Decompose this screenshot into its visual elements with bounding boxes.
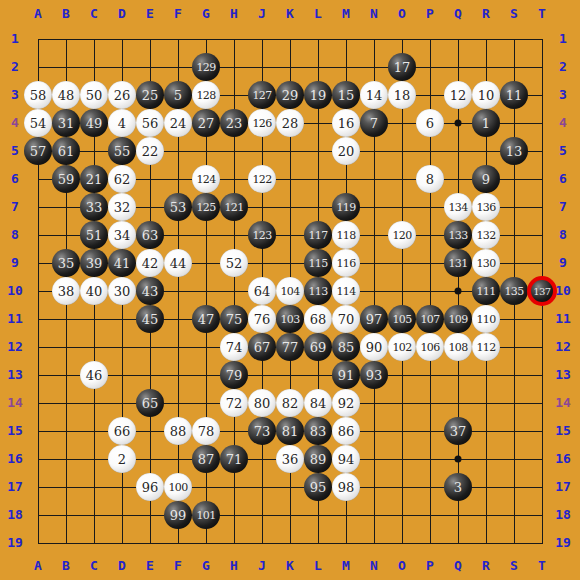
stone-move-number: 80: [254, 396, 271, 411]
stone-move-number: 38: [58, 284, 75, 299]
col-label-bottom-B: B: [62, 559, 70, 573]
stone-move-number: 70: [338, 312, 355, 327]
stone-move-number: 93: [366, 368, 383, 383]
col-label-top-C: C: [90, 7, 98, 21]
col-label-top-R: R: [482, 7, 490, 21]
stone-move-number: 85: [338, 340, 355, 355]
stone-move-number: 34: [114, 228, 131, 243]
stone-white-18-O3: 18: [388, 81, 416, 109]
col-label-top-D: D: [118, 7, 126, 21]
stone-move-number: 88: [170, 424, 187, 439]
stone-move-number: 5: [174, 88, 182, 103]
col-label-bottom-R: R: [482, 559, 490, 573]
row-label-right-10: 10: [555, 284, 571, 298]
stone-white-72-H14: 72: [220, 389, 248, 417]
col-label-bottom-J: J: [258, 559, 266, 573]
stone-black-41-D9: 41: [108, 249, 136, 277]
stone-black-5-F3: 5: [164, 81, 192, 109]
row-label-right-16: 16: [555, 452, 571, 466]
stone-white-48-B3: 48: [52, 81, 80, 109]
stone-white-64-J10: 64: [248, 277, 276, 305]
stone-move-number: 113: [308, 285, 327, 298]
stone-move-number: 125: [196, 201, 215, 214]
stone-black-39-C9: 39: [80, 249, 108, 277]
stone-move-number: 130: [476, 257, 495, 270]
stone-move-number: 43: [142, 284, 159, 299]
stone-move-number: 105: [392, 313, 411, 326]
stone-black-101-G18: 101: [192, 501, 220, 529]
stone-move-number: 45: [142, 312, 159, 327]
stone-black-59-B6: 59: [52, 165, 80, 193]
stone-black-129-G2: 129: [192, 53, 220, 81]
stone-white-50-C3: 50: [80, 81, 108, 109]
stone-move-number: 97: [366, 312, 383, 327]
stone-move-number: 9: [482, 172, 490, 187]
stone-move-number: 132: [476, 229, 495, 242]
stone-move-number: 110: [476, 313, 495, 326]
col-label-bottom-K: K: [286, 559, 294, 573]
stone-black-11-S3: 11: [500, 81, 528, 109]
stone-white-82-K14: 82: [276, 389, 304, 417]
row-label-left-3: 3: [11, 88, 19, 102]
stone-black-9-R6: 9: [472, 165, 500, 193]
stone-white-16-M4: 16: [332, 109, 360, 137]
stone-move-number: 2: [118, 452, 126, 467]
col-label-bottom-G: G: [202, 559, 210, 573]
stone-white-28-K4: 28: [276, 109, 304, 137]
stone-move-number: 108: [448, 341, 467, 354]
stone-move-number: 122: [252, 173, 271, 186]
stone-black-83-L15: 83: [304, 417, 332, 445]
row-label-left-10: 10: [7, 284, 23, 298]
stone-move-number: 53: [170, 200, 187, 215]
col-label-top-B: B: [62, 7, 70, 21]
stone-move-number: 82: [282, 396, 299, 411]
col-label-top-P: P: [426, 7, 434, 21]
stone-move-number: 100: [168, 481, 187, 494]
stone-black-43-E10: 43: [136, 277, 164, 305]
stone-black-27-G4: 27: [192, 109, 220, 137]
stone-move-number: 22: [142, 144, 159, 159]
row-label-left-15: 15: [7, 424, 23, 438]
stone-move-number: 40: [86, 284, 103, 299]
stone-black-51-C8: 51: [80, 221, 108, 249]
stone-move-number: 11: [506, 88, 523, 103]
stone-white-52-H9: 52: [220, 249, 248, 277]
stone-move-number: 119: [336, 201, 355, 214]
stone-move-number: 20: [338, 144, 355, 159]
stone-move-number: 72: [226, 396, 243, 411]
stone-move-number: 128: [196, 89, 215, 102]
stone-black-127-J3: 127: [248, 81, 276, 109]
stone-white-46-C13: 46: [80, 361, 108, 389]
stone-move-number: 98: [338, 480, 355, 495]
stone-black-125-G7: 125: [192, 193, 220, 221]
stone-black-15-M3: 15: [332, 81, 360, 109]
stone-white-62-D6: 62: [108, 165, 136, 193]
stone-move-number: 117: [308, 229, 327, 242]
stone-white-132-R8: 132: [472, 221, 500, 249]
stone-move-number: 104: [280, 285, 299, 298]
stone-white-14-N3: 14: [360, 81, 388, 109]
stone-white-4-D4: 4: [108, 109, 136, 137]
stone-black-55-D5: 55: [108, 137, 136, 165]
stone-black-67-J12: 67: [248, 333, 276, 361]
stone-move-number: 91: [338, 368, 355, 383]
col-label-bottom-A: A: [34, 559, 42, 573]
stone-black-135-S10: 135: [500, 277, 528, 305]
col-label-bottom-M: M: [342, 559, 350, 573]
stone-move-number: 12: [450, 88, 467, 103]
stone-white-114-M10: 114: [332, 277, 360, 305]
row-label-left-18: 18: [7, 508, 23, 522]
stone-move-number: 83: [310, 424, 327, 439]
stone-move-number: 46: [86, 368, 103, 383]
stone-black-123-J8: 123: [248, 221, 276, 249]
stone-white-12-Q3: 12: [444, 81, 472, 109]
col-label-bottom-L: L: [314, 559, 322, 573]
star-point-Q10: [455, 288, 462, 295]
stone-move-number: 120: [392, 229, 411, 242]
col-label-top-J: J: [258, 7, 266, 21]
row-label-right-19: 19: [555, 536, 571, 550]
stone-move-number: 19: [310, 88, 327, 103]
col-label-top-F: F: [174, 7, 182, 21]
stone-white-106-P12: 106: [416, 333, 444, 361]
row-label-right-3: 3: [559, 88, 567, 102]
stone-move-number: 8: [426, 172, 434, 187]
stone-move-number: 44: [170, 256, 187, 271]
stone-white-20-M5: 20: [332, 137, 360, 165]
stone-black-99-F18: 99: [164, 501, 192, 529]
stone-move-number: 116: [336, 257, 355, 270]
stone-move-number: 41: [114, 256, 131, 271]
stone-move-number: 27: [198, 116, 215, 131]
stone-move-number: 89: [310, 452, 327, 467]
row-label-left-2: 2: [11, 60, 19, 74]
stone-white-30-D10: 30: [108, 277, 136, 305]
stone-white-54-A4: 54: [24, 109, 52, 137]
stone-black-87-G16: 87: [192, 445, 220, 473]
stone-black-89-L16: 89: [304, 445, 332, 473]
stone-white-92-M14: 92: [332, 389, 360, 417]
stone-white-26-D3: 26: [108, 81, 136, 109]
stone-black-33-C7: 33: [80, 193, 108, 221]
row-label-right-13: 13: [555, 368, 571, 382]
stone-move-number: 50: [86, 88, 103, 103]
stone-black-23-H4: 23: [220, 109, 248, 137]
row-label-left-9: 9: [11, 256, 19, 270]
go-board-diagram: AABBCCDDEEFFGGHHJJKKLLMMNNOOPPQQRRSSTT11…: [0, 0, 580, 580]
stone-black-7-N4: 7: [360, 109, 388, 137]
stone-move-number: 81: [282, 424, 299, 439]
stone-white-90-N12: 90: [360, 333, 388, 361]
stone-black-45-E11: 45: [136, 305, 164, 333]
stone-move-number: 4: [118, 116, 126, 131]
stone-white-78-G15: 78: [192, 417, 220, 445]
row-label-right-11: 11: [555, 312, 571, 326]
stone-move-number: 133: [448, 229, 467, 242]
col-label-top-Q: Q: [454, 7, 462, 21]
stone-white-126-J4: 126: [248, 109, 276, 137]
stone-white-122-J6: 122: [248, 165, 276, 193]
row-label-right-12: 12: [555, 340, 571, 354]
col-label-bottom-Q: Q: [454, 559, 462, 573]
stone-move-number: 99: [170, 508, 187, 523]
stone-white-34-D8: 34: [108, 221, 136, 249]
col-label-bottom-F: F: [174, 559, 182, 573]
stone-move-number: 39: [86, 256, 103, 271]
stone-move-number: 52: [226, 256, 243, 271]
row-label-right-5: 5: [559, 144, 567, 158]
stone-white-124-G6: 124: [192, 165, 220, 193]
stone-move-number: 106: [420, 341, 439, 354]
stone-move-number: 28: [282, 116, 299, 131]
stone-move-number: 32: [114, 200, 131, 215]
row-label-right-6: 6: [559, 172, 567, 186]
row-label-left-4: 4: [11, 116, 19, 130]
stone-move-number: 137: [533, 286, 550, 297]
stone-move-number: 123: [252, 229, 271, 242]
col-label-top-O: O: [398, 7, 406, 21]
row-label-left-1: 1: [11, 32, 19, 46]
stone-move-number: 115: [308, 257, 327, 270]
stone-move-number: 84: [310, 396, 327, 411]
stone-move-number: 79: [226, 368, 243, 383]
stone-white-100-F17: 100: [164, 473, 192, 501]
stone-move-number: 64: [254, 284, 271, 299]
stone-move-number: 126: [252, 117, 271, 130]
col-label-bottom-E: E: [146, 559, 154, 573]
row-label-right-7: 7: [559, 200, 567, 214]
stone-black-97-N11: 97: [360, 305, 388, 333]
stone-black-35-B9: 35: [52, 249, 80, 277]
col-label-bottom-C: C: [90, 559, 98, 573]
col-label-top-T: T: [538, 7, 546, 21]
stone-white-116-M9: 116: [332, 249, 360, 277]
stone-move-number: 61: [58, 144, 75, 159]
stone-white-22-E5: 22: [136, 137, 164, 165]
col-label-bottom-O: O: [398, 559, 406, 573]
stone-move-number: 75: [226, 312, 243, 327]
stone-black-91-M13: 91: [332, 361, 360, 389]
stone-white-24-F4: 24: [164, 109, 192, 137]
stone-black-71-H16: 71: [220, 445, 248, 473]
stone-white-76-J11: 76: [248, 305, 276, 333]
stone-move-number: 21: [86, 172, 103, 187]
stone-black-109-Q11: 109: [444, 305, 472, 333]
stone-move-number: 1: [482, 116, 490, 131]
stone-white-94-M16: 94: [332, 445, 360, 473]
col-label-top-N: N: [370, 7, 378, 21]
stone-move-number: 78: [198, 424, 215, 439]
stone-white-102-O12: 102: [388, 333, 416, 361]
stone-white-130-R9: 130: [472, 249, 500, 277]
stone-move-number: 55: [114, 144, 131, 159]
stone-black-93-N13: 93: [360, 361, 388, 389]
stone-move-number: 118: [336, 229, 355, 242]
stone-move-number: 87: [198, 452, 215, 467]
stone-white-134-Q7: 134: [444, 193, 472, 221]
col-label-bottom-D: D: [118, 559, 126, 573]
stone-move-number: 101: [196, 509, 215, 522]
stone-move-number: 24: [170, 116, 187, 131]
stone-move-number: 42: [142, 256, 159, 271]
stone-black-113-L10: 113: [304, 277, 332, 305]
stone-white-128-G3: 128: [192, 81, 220, 109]
stone-black-3-Q17: 3: [444, 473, 472, 501]
col-label-top-M: M: [342, 7, 350, 21]
stone-white-98-M17: 98: [332, 473, 360, 501]
stone-black-137-T10: 137: [527, 276, 557, 306]
row-label-right-17: 17: [555, 480, 571, 494]
stone-black-75-H11: 75: [220, 305, 248, 333]
stone-white-38-B10: 38: [52, 277, 80, 305]
stone-move-number: 36: [282, 452, 299, 467]
stone-move-number: 51: [86, 228, 103, 243]
row-label-right-2: 2: [559, 60, 567, 74]
stone-move-number: 58: [30, 88, 47, 103]
stone-white-68-L11: 68: [304, 305, 332, 333]
col-label-top-K: K: [286, 7, 294, 21]
stone-move-number: 114: [336, 285, 355, 298]
col-label-bottom-N: N: [370, 559, 378, 573]
stone-move-number: 57: [30, 144, 47, 159]
stone-black-81-K15: 81: [276, 417, 304, 445]
stone-move-number: 69: [310, 340, 327, 355]
stone-move-number: 107: [420, 313, 439, 326]
stone-move-number: 76: [254, 312, 271, 327]
col-label-bottom-H: H: [230, 559, 238, 573]
row-label-right-1: 1: [559, 32, 567, 46]
stone-black-121-H7: 121: [220, 193, 248, 221]
row-label-left-6: 6: [11, 172, 19, 186]
stone-move-number: 37: [450, 424, 467, 439]
col-label-top-E: E: [146, 7, 154, 21]
stone-move-number: 49: [86, 116, 103, 131]
stone-move-number: 63: [142, 228, 159, 243]
stone-move-number: 59: [58, 172, 75, 187]
col-label-bottom-P: P: [426, 559, 434, 573]
stone-black-77-K12: 77: [276, 333, 304, 361]
stone-black-25-E3: 25: [136, 81, 164, 109]
stone-black-31-B4: 31: [52, 109, 80, 137]
row-label-right-9: 9: [559, 256, 567, 270]
col-label-top-A: A: [34, 7, 42, 21]
stone-white-96-E17: 96: [136, 473, 164, 501]
stone-white-108-Q12: 108: [444, 333, 472, 361]
row-label-right-4: 4: [559, 116, 567, 130]
row-label-left-11: 11: [7, 312, 23, 326]
row-label-left-17: 17: [7, 480, 23, 494]
stone-white-74-H12: 74: [220, 333, 248, 361]
stone-move-number: 18: [394, 88, 411, 103]
stone-move-number: 73: [254, 424, 271, 439]
stone-white-120-O8: 120: [388, 221, 416, 249]
stone-black-57-A5: 57: [24, 137, 52, 165]
stone-move-number: 62: [114, 172, 131, 187]
row-label-right-15: 15: [555, 424, 571, 438]
stone-white-42-E9: 42: [136, 249, 164, 277]
stone-move-number: 86: [338, 424, 355, 439]
col-label-top-L: L: [314, 7, 322, 21]
stone-black-131-Q9: 131: [444, 249, 472, 277]
stone-move-number: 74: [226, 340, 243, 355]
stone-move-number: 23: [226, 116, 243, 131]
stone-move-number: 66: [114, 424, 131, 439]
stone-move-number: 65: [142, 396, 159, 411]
stone-black-103-K11: 103: [276, 305, 304, 333]
row-label-left-13: 13: [7, 368, 23, 382]
stone-white-8-P6: 8: [416, 165, 444, 193]
stone-black-79-H13: 79: [220, 361, 248, 389]
stone-move-number: 67: [254, 340, 271, 355]
stone-black-53-F7: 53: [164, 193, 192, 221]
stone-black-85-M12: 85: [332, 333, 360, 361]
stone-move-number: 103: [280, 313, 299, 326]
stone-move-number: 48: [58, 88, 75, 103]
stone-white-40-C10: 40: [80, 277, 108, 305]
stone-move-number: 77: [282, 340, 299, 355]
row-label-left-8: 8: [11, 228, 19, 242]
stone-black-65-E14: 65: [136, 389, 164, 417]
stone-move-number: 31: [58, 116, 75, 131]
stone-white-84-L14: 84: [304, 389, 332, 417]
col-label-top-S: S: [510, 7, 518, 21]
stone-move-number: 124: [196, 173, 215, 186]
stone-black-21-C6: 21: [80, 165, 108, 193]
stone-white-36-K16: 36: [276, 445, 304, 473]
stone-move-number: 15: [338, 88, 355, 103]
stone-white-136-R7: 136: [472, 193, 500, 221]
stone-move-number: 121: [224, 201, 243, 214]
stone-black-19-L3: 19: [304, 81, 332, 109]
col-label-top-G: G: [202, 7, 210, 21]
star-point-Q4: [455, 120, 462, 127]
stone-move-number: 71: [226, 452, 243, 467]
stone-white-112-R12: 112: [472, 333, 500, 361]
stone-move-number: 109: [448, 313, 467, 326]
stone-move-number: 35: [58, 256, 75, 271]
stone-white-118-M8: 118: [332, 221, 360, 249]
stone-move-number: 56: [142, 116, 159, 131]
stone-move-number: 92: [338, 396, 355, 411]
stone-move-number: 68: [310, 312, 327, 327]
stone-move-number: 131: [448, 257, 467, 270]
stone-white-10-R3: 10: [472, 81, 500, 109]
row-label-right-18: 18: [555, 508, 571, 522]
stone-move-number: 134: [448, 201, 467, 214]
stone-white-6-P4: 6: [416, 109, 444, 137]
row-label-left-5: 5: [11, 144, 19, 158]
stone-move-number: 96: [142, 480, 159, 495]
stone-black-61-B5: 61: [52, 137, 80, 165]
stone-move-number: 30: [114, 284, 131, 299]
stone-move-number: 112: [476, 341, 495, 354]
stone-move-number: 17: [394, 60, 411, 75]
stone-move-number: 33: [86, 200, 103, 215]
col-label-bottom-S: S: [510, 559, 518, 573]
col-label-top-H: H: [230, 7, 238, 21]
star-point-Q16: [455, 456, 462, 463]
stone-move-number: 111: [476, 285, 495, 298]
stone-white-58-A3: 58: [24, 81, 52, 109]
stone-white-88-F15: 88: [164, 417, 192, 445]
stone-black-117-L8: 117: [304, 221, 332, 249]
stone-white-86-M15: 86: [332, 417, 360, 445]
stone-white-66-D15: 66: [108, 417, 136, 445]
row-label-right-8: 8: [559, 228, 567, 242]
